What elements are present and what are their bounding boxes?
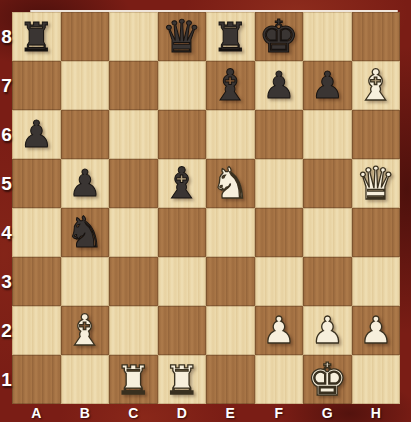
black-pawn-b5[interactable]: ♟ (68, 165, 101, 202)
square-f5[interactable] (255, 159, 304, 208)
square-d8[interactable]: ♛ (158, 12, 207, 61)
black-bishop-e7[interactable]: ♝ (211, 64, 250, 107)
square-f3[interactable] (255, 257, 304, 306)
square-a2[interactable] (12, 306, 61, 355)
square-g1[interactable]: ♚ (303, 355, 352, 404)
square-e8[interactable]: ♜ (206, 12, 255, 61)
square-c3[interactable] (109, 257, 158, 306)
square-b2[interactable]: ♝ (61, 306, 110, 355)
board-top-edge-highlight (30, 10, 398, 12)
square-f4[interactable] (255, 208, 304, 257)
square-b1[interactable] (61, 355, 110, 404)
black-knight-b4[interactable]: ♞ (65, 211, 104, 254)
square-a4[interactable] (12, 208, 61, 257)
black-bishop-d5[interactable]: ♝ (162, 162, 201, 205)
square-c8[interactable] (109, 12, 158, 61)
square-a6[interactable]: ♟ (12, 110, 61, 159)
file-label-e: E (206, 404, 255, 422)
file-label-a: A (12, 404, 61, 422)
white-pawn-h2[interactable]: ♟ (359, 312, 392, 349)
square-e2[interactable] (206, 306, 255, 355)
square-c2[interactable] (109, 306, 158, 355)
square-d6[interactable] (158, 110, 207, 159)
square-h7[interactable]: ♝ (352, 61, 401, 110)
square-f1[interactable] (255, 355, 304, 404)
black-rook-a8[interactable]: ♜ (18, 17, 54, 57)
chess-board: ♜♛♜♚♝♟♟♝♟♟♝♞♛♞♝♟♟♟♜♜♚ (12, 12, 400, 404)
square-e6[interactable] (206, 110, 255, 159)
square-h2[interactable]: ♟ (352, 306, 401, 355)
rank-label-6: 6 (0, 110, 13, 159)
rank-label-3: 3 (0, 257, 13, 306)
file-label-h: H (352, 404, 401, 422)
square-f6[interactable] (255, 110, 304, 159)
square-c7[interactable] (109, 61, 158, 110)
square-c4[interactable] (109, 208, 158, 257)
square-h6[interactable] (352, 110, 401, 159)
file-label-c: C (109, 404, 158, 422)
black-queen-d8[interactable]: ♛ (162, 14, 202, 59)
black-pawn-a6[interactable]: ♟ (20, 116, 53, 153)
square-a5[interactable] (12, 159, 61, 208)
square-d2[interactable] (158, 306, 207, 355)
rank-label-2: 2 (0, 306, 13, 355)
rank-labels: 87654321 (0, 12, 13, 404)
white-rook-d1[interactable]: ♜ (164, 360, 200, 400)
white-pawn-f2[interactable]: ♟ (262, 312, 295, 349)
black-pawn-f7[interactable]: ♟ (262, 67, 295, 104)
square-h1[interactable] (352, 355, 401, 404)
square-f8[interactable]: ♚ (255, 12, 304, 61)
file-label-d: D (158, 404, 207, 422)
square-h4[interactable] (352, 208, 401, 257)
rank-label-7: 7 (0, 61, 13, 110)
square-g3[interactable] (303, 257, 352, 306)
rank-label-8: 8 (0, 12, 13, 61)
rank-label-4: 4 (0, 208, 13, 257)
square-b8[interactable] (61, 12, 110, 61)
file-label-f: F (255, 404, 304, 422)
square-b5[interactable]: ♟ (61, 159, 110, 208)
square-g6[interactable] (303, 110, 352, 159)
square-d3[interactable] (158, 257, 207, 306)
square-d1[interactable]: ♜ (158, 355, 207, 404)
square-e7[interactable]: ♝ (206, 61, 255, 110)
square-h3[interactable] (352, 257, 401, 306)
square-b4[interactable]: ♞ (61, 208, 110, 257)
white-pawn-g2[interactable]: ♟ (311, 312, 344, 349)
square-g5[interactable] (303, 159, 352, 208)
square-d5[interactable]: ♝ (158, 159, 207, 208)
rank-label-5: 5 (0, 159, 13, 208)
square-h8[interactable] (352, 12, 401, 61)
square-e3[interactable] (206, 257, 255, 306)
square-a3[interactable] (12, 257, 61, 306)
white-bishop-b2[interactable]: ♝ (65, 309, 104, 352)
square-g2[interactable]: ♟ (303, 306, 352, 355)
square-c6[interactable] (109, 110, 158, 159)
square-c5[interactable] (109, 159, 158, 208)
file-label-b: B (61, 404, 110, 422)
chess-board-panel: ♜♛♜♚♝♟♟♝♟♟♝♞♛♞♝♟♟♟♜♜♚ 87654321 ABCDEFGH (0, 0, 411, 422)
black-rook-e8[interactable]: ♜ (212, 17, 248, 57)
square-d7[interactable] (158, 61, 207, 110)
black-pawn-g7[interactable]: ♟ (311, 67, 344, 104)
white-bishop-h7[interactable]: ♝ (356, 64, 395, 107)
square-c1[interactable]: ♜ (109, 355, 158, 404)
square-d4[interactable] (158, 208, 207, 257)
square-e1[interactable] (206, 355, 255, 404)
white-king-g1[interactable]: ♚ (307, 357, 347, 402)
square-a7[interactable] (12, 61, 61, 110)
rank-label-1: 1 (0, 355, 13, 404)
square-g4[interactable] (303, 208, 352, 257)
square-g7[interactable]: ♟ (303, 61, 352, 110)
square-a8[interactable]: ♜ (12, 12, 61, 61)
square-a1[interactable] (12, 355, 61, 404)
white-knight-e5[interactable]: ♞ (211, 162, 250, 205)
square-e5[interactable]: ♞ (206, 159, 255, 208)
file-labels: ABCDEFGH (12, 404, 400, 422)
square-h5[interactable]: ♛ (352, 159, 401, 208)
white-queen-h5[interactable]: ♛ (356, 161, 396, 206)
square-g8[interactable] (303, 12, 352, 61)
square-b7[interactable] (61, 61, 110, 110)
black-king-f8[interactable]: ♚ (259, 14, 299, 59)
file-label-g: G (303, 404, 352, 422)
square-b3[interactable] (61, 257, 110, 306)
square-f7[interactable]: ♟ (255, 61, 304, 110)
square-f2[interactable]: ♟ (255, 306, 304, 355)
white-rook-c1[interactable]: ♜ (115, 360, 151, 400)
square-e4[interactable] (206, 208, 255, 257)
square-b6[interactable] (61, 110, 110, 159)
